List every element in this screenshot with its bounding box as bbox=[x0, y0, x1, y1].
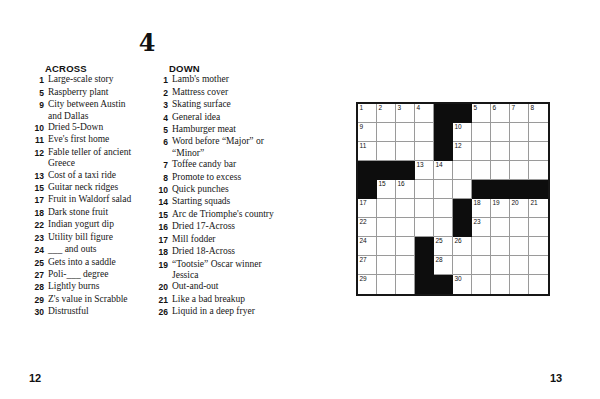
grid-cell-r8c4 bbox=[415, 237, 434, 256]
across-clue-1: 1Large-scale story bbox=[30, 74, 162, 86]
down-clue-2: 2Mattress cover bbox=[154, 87, 306, 99]
cell-number: 14 bbox=[436, 162, 443, 169]
grid-cell-r6c4[interactable] bbox=[415, 199, 434, 218]
cell-number: 24 bbox=[360, 238, 367, 245]
cell-number: 2 bbox=[379, 105, 383, 112]
cell-number: 12 bbox=[455, 143, 462, 150]
cell-number: 13 bbox=[417, 162, 424, 169]
grid-cell-r3c9[interactable] bbox=[510, 142, 529, 161]
clue-text: Lamb's mother bbox=[168, 74, 229, 86]
grid-cell-r10c7[interactable] bbox=[472, 275, 491, 294]
grid-cell-r3c1[interactable]: 11 bbox=[358, 142, 377, 161]
grid-cell-r6c7[interactable]: 18 bbox=[472, 199, 491, 218]
grid-cell-r2c6[interactable]: 10 bbox=[453, 123, 472, 142]
cell-number: 6 bbox=[493, 105, 497, 112]
cell-number: 5 bbox=[474, 105, 478, 112]
grid-cell-r8c9[interactable] bbox=[510, 237, 529, 256]
grid-cell-r10c4 bbox=[415, 275, 434, 294]
down-clue-3: 3Skating surface bbox=[154, 99, 306, 111]
clue-number: 21 bbox=[154, 294, 168, 306]
grid-cell-r4c3 bbox=[396, 161, 415, 180]
grid-cell-r2c4[interactable] bbox=[415, 123, 434, 142]
grid-cell-r1c3[interactable]: 3 bbox=[396, 104, 415, 123]
across-clue-12: 12Fable teller of ancient Greece bbox=[30, 147, 162, 170]
grid-cell-r4c6[interactable] bbox=[453, 161, 472, 180]
clue-text: Cost of a taxi ride bbox=[44, 170, 116, 182]
grid-cell-r5c8 bbox=[491, 180, 510, 199]
grid-cell-r5c7 bbox=[472, 180, 491, 199]
grid-cell-r10c6[interactable]: 30 bbox=[453, 275, 472, 294]
grid-cell-r2c10[interactable] bbox=[529, 123, 548, 142]
grid-cell-r7c8[interactable] bbox=[491, 218, 510, 237]
down-clue-4: 4General idea bbox=[154, 112, 306, 124]
grid-cell-r7c4[interactable] bbox=[415, 218, 434, 237]
grid-cell-r7c2[interactable] bbox=[377, 218, 396, 237]
clue-number: 22 bbox=[30, 219, 44, 231]
clue-text: Utility bill figure bbox=[44, 232, 113, 244]
cell-number: 1 bbox=[360, 105, 364, 112]
clue-text: Starting squads bbox=[168, 196, 230, 208]
clue-number: 15 bbox=[30, 182, 44, 194]
across-clue-17: 17Fruit in Waldorf salad bbox=[30, 194, 162, 206]
down-clue-6: 6Word before “Major” or “Minor” bbox=[154, 136, 306, 159]
grid-cell-r5c3[interactable]: 16 bbox=[396, 180, 415, 199]
grid-cell-r5c6[interactable] bbox=[453, 180, 472, 199]
clue-number: 17 bbox=[30, 194, 44, 206]
grid-cell-r5c9 bbox=[510, 180, 529, 199]
across-clue-28: 28Lightly burns bbox=[30, 281, 162, 293]
grid-cell-r1c5 bbox=[434, 104, 453, 123]
across-clue-5: 5Raspberry plant bbox=[30, 87, 162, 99]
page-number-left: 12 bbox=[29, 372, 41, 384]
clue-text: Liquid in a deep fryer bbox=[168, 306, 255, 318]
book-spread: 4 ACROSS 1Large-scale story5Raspberry pl… bbox=[0, 0, 600, 399]
across-clue-9: 9City between Austin and Dallas bbox=[30, 99, 162, 122]
grid-cell-r5c5[interactable] bbox=[434, 180, 453, 199]
grid-cell-r2c7[interactable] bbox=[472, 123, 491, 142]
grid-cell-r7c1[interactable]: 22 bbox=[358, 218, 377, 237]
across-clue-10: 10Dried 5-Down bbox=[30, 122, 162, 134]
clue-number: 20 bbox=[154, 281, 168, 293]
clue-text: Dried 5-Down bbox=[44, 122, 103, 134]
clue-text: Quick punches bbox=[168, 184, 229, 196]
grid-cell-r6c6 bbox=[453, 199, 472, 218]
clue-text: “Tootsie” Oscar winner Jessica bbox=[168, 259, 262, 282]
clue-number: 14 bbox=[154, 196, 168, 208]
cell-number: 23 bbox=[474, 219, 481, 226]
down-clue-8: 8Promote to excess bbox=[154, 172, 306, 184]
clue-number: 12 bbox=[30, 147, 44, 170]
cell-number: 22 bbox=[360, 219, 367, 226]
across-header: ACROSS bbox=[45, 63, 162, 74]
down-clue-16: 16Dried 17-Across bbox=[154, 221, 306, 233]
clue-number: 18 bbox=[154, 246, 168, 258]
grid-cell-r3c10[interactable] bbox=[529, 142, 548, 161]
clue-text: Distrustful bbox=[44, 306, 89, 318]
down-clue-10: 10Quick punches bbox=[154, 184, 306, 196]
clue-text: Toffee candy bar bbox=[168, 159, 236, 171]
grid-cell-r10c3[interactable] bbox=[396, 275, 415, 294]
cell-number: 3 bbox=[398, 105, 402, 112]
grid-cell-r5c1 bbox=[358, 180, 377, 199]
clue-text: Dried 18-Across bbox=[168, 246, 235, 258]
grid-cell-r1c10[interactable]: 8 bbox=[529, 104, 548, 123]
grid-cell-r10c9[interactable] bbox=[510, 275, 529, 294]
grid-cell-r3c5 bbox=[434, 142, 453, 161]
clue-number: 29 bbox=[30, 294, 44, 306]
down-clue-19: 19“Tootsie” Oscar winner Jessica bbox=[154, 259, 306, 282]
grid-cell-r4c10[interactable] bbox=[529, 161, 548, 180]
cell-number: 21 bbox=[531, 200, 538, 207]
grid-cell-r8c6[interactable]: 26 bbox=[453, 237, 472, 256]
cell-number: 9 bbox=[360, 124, 364, 131]
grid-cell-r9c5[interactable]: 28 bbox=[434, 256, 453, 275]
cell-number: 4 bbox=[417, 105, 421, 112]
grid-cell-r1c8[interactable]: 6 bbox=[491, 104, 510, 123]
clue-text: Z's value in Scrabble bbox=[44, 294, 128, 306]
down-clue-21: 21Like a bad breakup bbox=[154, 294, 306, 306]
grid-cell-r10c8[interactable] bbox=[491, 275, 510, 294]
grid-cell-r1c9[interactable]: 7 bbox=[510, 104, 529, 123]
clue-number: 1 bbox=[154, 74, 168, 86]
clue-text: Promote to excess bbox=[168, 172, 241, 184]
grid-cell-r10c1[interactable]: 29 bbox=[358, 275, 377, 294]
cell-number: 17 bbox=[360, 200, 367, 207]
grid-cell-r7c6 bbox=[453, 218, 472, 237]
across-clue-27: 27Poli-___ degree bbox=[30, 269, 162, 281]
grid-cell-r4c8[interactable] bbox=[491, 161, 510, 180]
grid-cell-r9c6[interactable] bbox=[453, 256, 472, 275]
clue-text: Out-and-out bbox=[168, 281, 218, 293]
across-clue-11: 11Eve's first home bbox=[30, 134, 162, 146]
cell-number: 8 bbox=[531, 105, 535, 112]
grid-cell-r3c8[interactable] bbox=[491, 142, 510, 161]
clue-number: 4 bbox=[154, 112, 168, 124]
clue-number: 9 bbox=[30, 99, 44, 122]
cell-number: 20 bbox=[512, 200, 519, 207]
cell-number: 11 bbox=[360, 143, 367, 150]
cell-number: 16 bbox=[398, 181, 405, 188]
across-clue-30: 30Distrustful bbox=[30, 306, 162, 318]
down-clue-17: 17Mill fodder bbox=[154, 234, 306, 246]
grid-cell-r8c3[interactable] bbox=[396, 237, 415, 256]
clue-number: 6 bbox=[154, 136, 168, 159]
grid-cell-r6c5[interactable] bbox=[434, 199, 453, 218]
clue-text: Fable teller of ancient Greece bbox=[44, 147, 131, 170]
grid-cell-r8c1[interactable]: 24 bbox=[358, 237, 377, 256]
page-number-right: 13 bbox=[550, 372, 562, 384]
clue-number: 17 bbox=[154, 234, 168, 246]
down-clue-15: 15Arc de Triomphe's country bbox=[154, 209, 306, 221]
grid-cell-r3c7[interactable] bbox=[472, 142, 491, 161]
clue-text: Mattress cover bbox=[168, 87, 228, 99]
clue-number: 5 bbox=[30, 87, 44, 99]
clue-number: 3 bbox=[154, 99, 168, 111]
down-clue-20: 20Out-and-out bbox=[154, 281, 306, 293]
grid-cell-r4c2 bbox=[377, 161, 396, 180]
clue-text: Indian yogurt dip bbox=[44, 219, 114, 231]
clue-text: Dried 17-Across bbox=[168, 221, 235, 233]
clue-text: Raspberry plant bbox=[44, 87, 108, 99]
down-clue-14: 14Starting squads bbox=[154, 196, 306, 208]
down-clue-18: 18Dried 18-Across bbox=[154, 246, 306, 258]
grid-cell-r2c1[interactable]: 9 bbox=[358, 123, 377, 142]
cell-number: 18 bbox=[474, 200, 481, 207]
grid-cell-r8c2[interactable] bbox=[377, 237, 396, 256]
grid-cell-r7c7[interactable]: 23 bbox=[472, 218, 491, 237]
grid-cell-r4c5[interactable]: 14 bbox=[434, 161, 453, 180]
clue-text: General idea bbox=[168, 112, 220, 124]
grid-cell-r6c10[interactable]: 21 bbox=[529, 199, 548, 218]
across-clue-25: 25Gets into a saddle bbox=[30, 257, 162, 269]
clue-text: Large-scale story bbox=[44, 74, 114, 86]
crossword-grid: 1234567891011121314151617181920212223242… bbox=[356, 102, 550, 296]
across-clue-18: 18Dark stone fruit bbox=[30, 207, 162, 219]
clue-number: 26 bbox=[154, 306, 168, 318]
clue-text: Lightly burns bbox=[44, 281, 99, 293]
clue-number: 13 bbox=[30, 170, 44, 182]
clue-text: City between Austin and Dallas bbox=[44, 99, 126, 122]
cell-number: 19 bbox=[493, 200, 500, 207]
grid-cell-r3c4[interactable] bbox=[415, 142, 434, 161]
grid-cell-r1c1[interactable]: 1 bbox=[358, 104, 377, 123]
grid-cell-r1c4[interactable]: 4 bbox=[415, 104, 434, 123]
clue-number: 18 bbox=[30, 207, 44, 219]
grid-cell-r9c7[interactable] bbox=[472, 256, 491, 275]
grid-cell-r6c8[interactable]: 19 bbox=[491, 199, 510, 218]
grid-cell-r9c4 bbox=[415, 256, 434, 275]
clue-text: Like a bad breakup bbox=[168, 294, 245, 306]
across-clue-24: 24___ and outs bbox=[30, 244, 162, 256]
cell-number: 28 bbox=[436, 257, 443, 264]
clue-number: 23 bbox=[30, 232, 44, 244]
cell-number: 7 bbox=[512, 105, 516, 112]
grid-cell-r7c9[interactable] bbox=[510, 218, 529, 237]
grid-cell-r10c5 bbox=[434, 275, 453, 294]
grid-cell-r2c3[interactable] bbox=[396, 123, 415, 142]
clue-text: Poli-___ degree bbox=[44, 269, 108, 281]
down-clue-5: 5Hamburger meat bbox=[154, 124, 306, 136]
grid-cell-r8c5[interactable]: 25 bbox=[434, 237, 453, 256]
grid-cell-r4c7[interactable] bbox=[472, 161, 491, 180]
grid-cell-r4c1 bbox=[358, 161, 377, 180]
clue-text: Hamburger meat bbox=[168, 124, 236, 136]
grid-cell-r6c2[interactable] bbox=[377, 199, 396, 218]
cell-number: 25 bbox=[436, 238, 443, 245]
clue-number: 15 bbox=[154, 209, 168, 221]
grid-cell-r2c5 bbox=[434, 123, 453, 142]
across-clue-list: ACROSS 1Large-scale story5Raspberry plan… bbox=[30, 63, 162, 319]
grid-cell-r6c9[interactable]: 20 bbox=[510, 199, 529, 218]
clue-text: Word before “Major” or “Minor” bbox=[168, 136, 264, 159]
clue-number: 5 bbox=[154, 124, 168, 136]
across-clue-23: 23Utility bill figure bbox=[30, 232, 162, 244]
grid-cell-r9c9[interactable] bbox=[510, 256, 529, 275]
grid-cell-r10c2[interactable] bbox=[377, 275, 396, 294]
cell-number: 29 bbox=[360, 276, 367, 283]
clue-number: 19 bbox=[154, 259, 168, 282]
clue-number: 24 bbox=[30, 244, 44, 256]
grid-cell-r7c5[interactable] bbox=[434, 218, 453, 237]
clue-text: ___ and outs bbox=[44, 244, 97, 256]
cell-number: 26 bbox=[455, 238, 462, 245]
grid-cell-r9c10[interactable] bbox=[529, 256, 548, 275]
clue-text: Eve's first home bbox=[44, 134, 109, 146]
puzzle-number-title: 4 bbox=[132, 28, 162, 57]
cell-number: 30 bbox=[455, 276, 462, 283]
grid-cell-r5c4[interactable] bbox=[415, 180, 434, 199]
grid-cell-r8c10[interactable] bbox=[529, 237, 548, 256]
grid-cell-r1c6 bbox=[453, 104, 472, 123]
clue-number: 7 bbox=[154, 159, 168, 171]
grid-cell-r2c2[interactable] bbox=[377, 123, 396, 142]
across-clue-29: 29Z's value in Scrabble bbox=[30, 294, 162, 306]
cell-number: 10 bbox=[455, 124, 462, 131]
grid-cell-r7c3[interactable] bbox=[396, 218, 415, 237]
grid-cell-r6c3[interactable] bbox=[396, 199, 415, 218]
clue-number: 1 bbox=[30, 74, 44, 86]
grid-cell-r9c1[interactable]: 27 bbox=[358, 256, 377, 275]
grid-cell-r8c7[interactable] bbox=[472, 237, 491, 256]
down-clue-7: 7Toffee candy bar bbox=[154, 159, 306, 171]
clue-text: Skating surface bbox=[168, 99, 231, 111]
cell-number: 27 bbox=[360, 257, 367, 264]
grid-cell-r5c2[interactable]: 15 bbox=[377, 180, 396, 199]
clue-number: 11 bbox=[30, 134, 44, 146]
clue-text: Dark stone fruit bbox=[44, 207, 108, 219]
grid-cell-r9c3[interactable] bbox=[396, 256, 415, 275]
across-clues: 1Large-scale story5Raspberry plant9City … bbox=[30, 74, 162, 318]
grid-cell-r3c3[interactable] bbox=[396, 142, 415, 161]
grid-cell-r1c7[interactable]: 5 bbox=[472, 104, 491, 123]
grid-cell-r3c6[interactable]: 12 bbox=[453, 142, 472, 161]
grid-cell-r1c2[interactable]: 2 bbox=[377, 104, 396, 123]
grid-cell-r9c2[interactable] bbox=[377, 256, 396, 275]
grid-cell-r2c8[interactable] bbox=[491, 123, 510, 142]
clue-number: 10 bbox=[30, 122, 44, 134]
grid-cell-r4c9[interactable] bbox=[510, 161, 529, 180]
clue-number: 16 bbox=[154, 221, 168, 233]
grid-cell-r10c10[interactable] bbox=[529, 275, 548, 294]
down-header: DOWN bbox=[169, 63, 306, 74]
grid-cell-r5c10 bbox=[529, 180, 548, 199]
down-clue-list: DOWN 1Lamb's mother2Mattress cover3Skati… bbox=[154, 63, 306, 319]
clue-text: Gets into a saddle bbox=[44, 257, 116, 269]
grid-cell-r8c8[interactable] bbox=[491, 237, 510, 256]
across-clue-22: 22Indian yogurt dip bbox=[30, 219, 162, 231]
grid-cell-r7c10[interactable] bbox=[529, 218, 548, 237]
clue-text: Mill fodder bbox=[168, 234, 216, 246]
grid-cell-r3c2[interactable] bbox=[377, 142, 396, 161]
down-clue-26: 26Liquid in a deep fryer bbox=[154, 306, 306, 318]
clue-number: 28 bbox=[30, 281, 44, 293]
across-clue-13: 13Cost of a taxi ride bbox=[30, 170, 162, 182]
clue-number: 8 bbox=[154, 172, 168, 184]
grid-cell-r9c8[interactable] bbox=[491, 256, 510, 275]
down-clue-1: 1Lamb's mother bbox=[154, 74, 306, 86]
clue-number: 30 bbox=[30, 306, 44, 318]
clue-number: 25 bbox=[30, 257, 44, 269]
clue-text: Fruit in Waldorf salad bbox=[44, 194, 131, 206]
cell-number: 15 bbox=[379, 181, 386, 188]
down-clues: 1Lamb's mother2Mattress cover3Skating su… bbox=[154, 74, 306, 318]
clue-number: 27 bbox=[30, 269, 44, 281]
clue-number: 10 bbox=[154, 184, 168, 196]
across-clue-15: 15Guitar neck ridges bbox=[30, 182, 162, 194]
grid-cell-r4c4[interactable]: 13 bbox=[415, 161, 434, 180]
grid-cell-r2c9[interactable] bbox=[510, 123, 529, 142]
clue-number: 2 bbox=[154, 87, 168, 99]
clue-text: Guitar neck ridges bbox=[44, 182, 118, 194]
clue-text: Arc de Triomphe's country bbox=[168, 209, 274, 221]
grid-cell-r6c1[interactable]: 17 bbox=[358, 199, 377, 218]
